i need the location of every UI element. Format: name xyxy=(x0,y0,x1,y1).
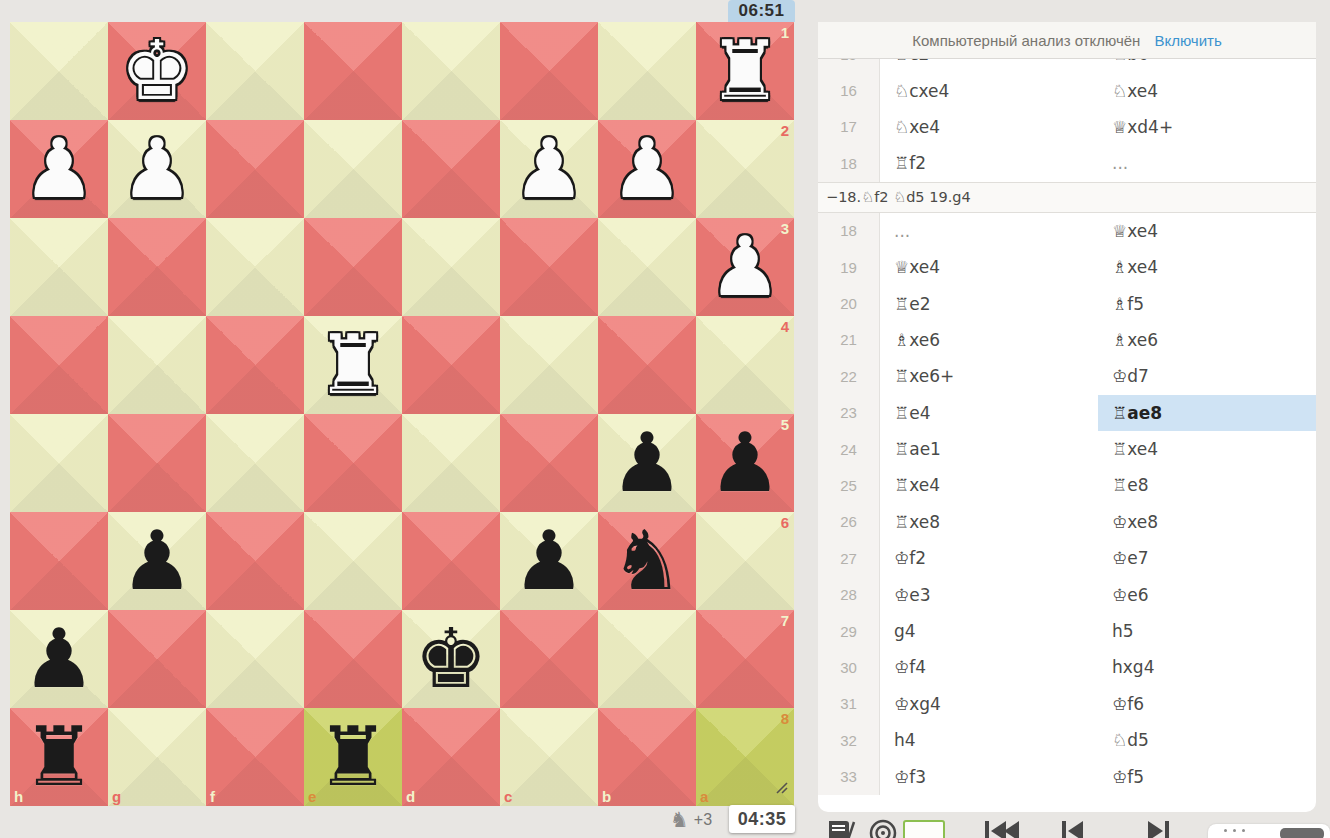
square-h2[interactable]: ♟ xyxy=(10,120,108,218)
move-number: 18 xyxy=(818,145,880,181)
move-white-18[interactable]: ♖f2 xyxy=(880,145,1098,181)
square-h8[interactable]: h♜ xyxy=(10,708,108,806)
move-row-29: 29g4h5 xyxy=(818,613,1316,649)
square-b7[interactable] xyxy=(598,610,696,708)
piece-black-pawn-a5[interactable]: ♟ xyxy=(696,414,794,512)
square-h3[interactable] xyxy=(10,218,108,316)
rank-label-5: 5 xyxy=(781,416,789,433)
piece-black-rook-e8[interactable]: ♜ xyxy=(304,708,402,806)
move-row-19: 19♕xe4♗xe4 xyxy=(818,249,1316,285)
move-white-23[interactable]: ♖e4 xyxy=(880,395,1098,431)
square-d4[interactable] xyxy=(402,316,500,414)
move-number: 25 xyxy=(818,467,880,503)
move-row-16: 16♘cxe4♘xe4 xyxy=(818,72,1316,108)
move-number: 21 xyxy=(818,322,880,358)
move-black-29[interactable]: h5 xyxy=(1098,613,1316,649)
analysis-status-text: Компьютерный анализ отключён xyxy=(912,32,1140,49)
piece-white-pawn-h2[interactable]: ♟ xyxy=(10,120,108,218)
square-h1[interactable] xyxy=(10,22,108,120)
move-white-18[interactable]: ... xyxy=(880,213,1098,249)
move-black-16[interactable]: ♘xe4 xyxy=(1098,72,1316,108)
material-advantage: ♞ +3 xyxy=(670,807,712,833)
piece-black-king-d7[interactable]: ♚ xyxy=(402,610,500,708)
move-number: 18 xyxy=(818,213,880,249)
move-list-panel: Компьютерный анализ отключён Включить 15… xyxy=(818,22,1316,812)
move-number: 32 xyxy=(818,722,880,758)
move-black-32[interactable]: ♘d5 xyxy=(1098,722,1316,758)
move-black-25[interactable]: ♖e8 xyxy=(1098,467,1316,503)
move-number: 20 xyxy=(818,285,880,321)
square-b2[interactable]: ♟ xyxy=(598,120,696,218)
move-number: 30 xyxy=(818,649,880,685)
material-advantage-value: +3 xyxy=(694,811,712,829)
board-preview-icon[interactable] xyxy=(903,820,945,838)
piece-white-pawn-b2[interactable]: ♟ xyxy=(598,120,696,218)
move-black-18[interactable]: ♕xe4 xyxy=(1098,213,1316,249)
move-white-15[interactable]: ♕c2 xyxy=(880,59,1098,72)
file-label-e: e xyxy=(308,788,316,805)
move-white-25[interactable]: ♖xe4 xyxy=(880,467,1098,503)
move-row-25: 25♖xe4♖e8 xyxy=(818,467,1316,503)
piece-white-rook-a1[interactable]: ♜ xyxy=(696,22,794,120)
move-list-section-1: 15♕c2♘b616♘cxe4♘xe417♘xe4♕xd4+18♖f2... xyxy=(818,59,1316,182)
square-f4[interactable] xyxy=(206,316,304,414)
square-h7[interactable]: ♟ xyxy=(10,610,108,708)
move-number: 33 xyxy=(818,758,880,794)
square-f2[interactable] xyxy=(206,120,304,218)
move-number: 22 xyxy=(818,358,880,394)
move-black-22[interactable]: ♔d7 xyxy=(1098,358,1316,394)
move-row-26: 26♖xe8♔xe8 xyxy=(818,504,1316,540)
square-c3[interactable] xyxy=(500,218,598,316)
square-c5[interactable] xyxy=(500,414,598,512)
move-row-18: 18♖f2... xyxy=(818,145,1316,181)
square-f5[interactable] xyxy=(206,414,304,512)
square-d3[interactable] xyxy=(402,218,500,316)
file-label-b: b xyxy=(602,788,611,805)
square-d2[interactable] xyxy=(402,120,500,218)
move-black-19[interactable]: ♗xe4 xyxy=(1098,249,1316,285)
move-white-30[interactable]: ♔f4 xyxy=(880,649,1098,685)
square-e8[interactable]: e♜ xyxy=(304,708,402,806)
move-row-31: 31♔xg4♔f6 xyxy=(818,686,1316,722)
chess-board[interactable]: ♚1♜♟♟♟♟23♟♜4♟5♟♟♟♞6♟♚7h♜gfe♜dcba8 xyxy=(10,22,794,806)
square-a4[interactable]: 4 xyxy=(696,316,794,414)
rank-label-2: 2 xyxy=(781,122,789,139)
move-row-21: 21♗xe6♗xe6 xyxy=(818,322,1316,358)
square-g1[interactable]: ♚ xyxy=(108,22,206,120)
enable-analysis-link[interactable]: Включить xyxy=(1154,32,1221,49)
square-c4[interactable] xyxy=(500,316,598,414)
square-h5[interactable] xyxy=(10,414,108,512)
square-f6[interactable] xyxy=(206,512,304,610)
square-c2[interactable]: ♟ xyxy=(500,120,598,218)
file-label-c: c xyxy=(504,788,512,805)
square-b3[interactable] xyxy=(598,218,696,316)
move-black-27[interactable]: ♔e7 xyxy=(1098,540,1316,576)
square-g3[interactable] xyxy=(108,218,206,316)
move-row-23: 23♖e4♖ae8 xyxy=(818,395,1316,431)
move-row-32: 32h4♘d5 xyxy=(818,722,1316,758)
square-e6[interactable] xyxy=(304,512,402,610)
move-black-33[interactable]: ♔f5 xyxy=(1098,758,1316,794)
move-white-26[interactable]: ♖xe8 xyxy=(880,504,1098,540)
square-h6[interactable] xyxy=(10,512,108,610)
move-black-30[interactable]: hxg4 xyxy=(1098,649,1316,685)
move-white-21[interactable]: ♗xe6 xyxy=(880,322,1098,358)
square-a1[interactable]: 1♜ xyxy=(696,22,794,120)
move-black-18[interactable]: ... xyxy=(1098,145,1316,181)
square-g4[interactable] xyxy=(108,316,206,414)
notebook-icon[interactable] xyxy=(826,818,856,838)
file-label-a: a xyxy=(700,788,708,805)
target-icon[interactable] xyxy=(868,818,898,838)
file-label-f: f xyxy=(210,788,215,805)
rank-label-6: 6 xyxy=(781,514,789,531)
move-black-23[interactable]: ♖ae8 xyxy=(1098,395,1316,431)
piece-black-pawn-c6[interactable]: ♟ xyxy=(500,512,598,610)
square-c1[interactable] xyxy=(500,22,598,120)
file-label-g: g xyxy=(112,788,121,805)
move-row-24: 24♖ae1♖xe4 xyxy=(818,431,1316,467)
move-black-28[interactable]: ♔e6 xyxy=(1098,576,1316,612)
move-white-27[interactable]: ♔f2 xyxy=(880,540,1098,576)
move-list-section-2: 18...♕xe419♕xe4♗xe420♖e2♗f521♗xe6♗xe622♖… xyxy=(818,213,1316,795)
square-d1[interactable] xyxy=(402,22,500,120)
square-g7[interactable] xyxy=(108,610,206,708)
square-f3[interactable] xyxy=(206,218,304,316)
square-a8[interactable]: a8 xyxy=(696,708,794,806)
piece-black-rook-h8[interactable]: ♜ xyxy=(10,708,108,806)
computer-analysis-bar: Компьютерный анализ отключён Включить xyxy=(818,22,1316,59)
move-number: 31 xyxy=(818,686,880,722)
square-e3[interactable] xyxy=(304,218,402,316)
rank-label-3: 3 xyxy=(781,220,789,237)
square-d5[interactable] xyxy=(402,414,500,512)
square-f7[interactable] xyxy=(206,610,304,708)
rank-label-7: 7 xyxy=(781,612,789,629)
first-move-icon[interactable] xyxy=(985,821,1019,838)
square-b6[interactable]: ♞ xyxy=(598,512,696,610)
piece-white-pawn-c2[interactable]: ♟ xyxy=(500,120,598,218)
move-number: 26 xyxy=(818,504,880,540)
move-row-20: 20♖e2♗f5 xyxy=(818,285,1316,321)
black-player-clock: 04:35 xyxy=(729,805,795,833)
previous-move-icon[interactable] xyxy=(1062,821,1083,838)
square-g6[interactable]: ♟ xyxy=(108,512,206,610)
lichess-game-screen: { "game": "chess", "position": { "fen": … xyxy=(0,0,1330,838)
square-b4[interactable] xyxy=(598,316,696,414)
move-row-28: 28♔e3♔e6 xyxy=(818,576,1316,612)
square-c6[interactable]: ♟ xyxy=(500,512,598,610)
move-white-20[interactable]: ♖e2 xyxy=(880,285,1098,321)
piece-black-pawn-b5[interactable]: ♟ xyxy=(598,414,696,512)
move-black-21[interactable]: ♗xe6 xyxy=(1098,322,1316,358)
move-black-24[interactable]: ♖xe4 xyxy=(1098,431,1316,467)
move-black-15[interactable]: ♘b6 xyxy=(1098,59,1316,72)
move-number: 19 xyxy=(818,249,880,285)
move-row-22: 22♖xe6+♔d7 xyxy=(818,358,1316,394)
piece-white-rook-e4[interactable]: ♜ xyxy=(304,316,402,414)
square-a5[interactable]: 5♟ xyxy=(696,414,794,512)
move-number: 17 xyxy=(818,109,880,145)
move-number: 29 xyxy=(818,613,880,649)
piece-white-pawn-g2[interactable]: ♟ xyxy=(108,120,206,218)
square-e1[interactable] xyxy=(304,22,402,120)
square-d7[interactable]: ♚ xyxy=(402,610,500,708)
square-g2[interactable]: ♟ xyxy=(108,120,206,218)
square-a6[interactable]: 6 xyxy=(696,512,794,610)
move-number: 24 xyxy=(818,431,880,467)
move-number: 16 xyxy=(818,72,880,108)
move-number: 28 xyxy=(818,576,880,612)
square-e7[interactable] xyxy=(304,610,402,708)
rank-label-8: 8 xyxy=(781,710,789,727)
square-e5[interactable] xyxy=(304,414,402,512)
move-white-17[interactable]: ♘xe4 xyxy=(880,109,1098,145)
rank-label-4: 4 xyxy=(781,318,789,335)
square-b5[interactable]: ♟ xyxy=(598,414,696,512)
knight-icon: ♞ xyxy=(670,810,689,831)
square-b1[interactable] xyxy=(598,22,696,120)
move-white-28[interactable]: ♔e3 xyxy=(880,576,1098,612)
piece-black-pawn-h7[interactable]: ♟ xyxy=(10,610,108,708)
move-black-31[interactable]: ♔f6 xyxy=(1098,686,1316,722)
move-row-33: 33♔f3♔f5 xyxy=(818,758,1316,794)
square-a7[interactable]: 7 xyxy=(696,610,794,708)
move-white-22[interactable]: ♖xe6+ xyxy=(880,358,1098,394)
move-white-29[interactable]: g4 xyxy=(880,613,1098,649)
white-player-clock: 06:51 xyxy=(728,0,795,22)
square-e4[interactable]: ♜ xyxy=(304,316,402,414)
move-row-27: 27♔f2♔e7 xyxy=(818,540,1316,576)
file-label-h: h xyxy=(14,788,23,805)
move-white-31[interactable]: ♔xg4 xyxy=(880,686,1098,722)
move-white-19[interactable]: ♕xe4 xyxy=(880,249,1098,285)
menu-dots-icon[interactable] xyxy=(1208,824,1330,838)
square-d8[interactable]: d xyxy=(402,708,500,806)
variation-line[interactable]: −18.♘f2 ♘d5 19.g4 xyxy=(818,182,1316,213)
piece-white-pawn-a3[interactable]: ♟ xyxy=(696,218,794,316)
square-c7[interactable] xyxy=(500,610,598,708)
square-b8[interactable]: b xyxy=(598,708,696,806)
move-number: 15 xyxy=(818,59,880,72)
square-e2[interactable] xyxy=(304,120,402,218)
piece-white-king-g1[interactable]: ♚ xyxy=(108,22,206,120)
piece-black-knight-b6[interactable]: ♞ xyxy=(598,512,696,610)
move-black-20[interactable]: ♗f5 xyxy=(1098,285,1316,321)
move-row-17: 17♘xe4♕xd4+ xyxy=(818,109,1316,145)
square-g5[interactable] xyxy=(108,414,206,512)
file-label-d: d xyxy=(406,788,415,805)
move-number: 23 xyxy=(818,395,880,431)
move-white-16[interactable]: ♘cxe4 xyxy=(880,72,1098,108)
move-black-26[interactable]: ♔xe8 xyxy=(1098,504,1316,540)
move-white-33[interactable]: ♔f3 xyxy=(880,758,1098,794)
board-resize-handle[interactable] xyxy=(774,780,790,800)
square-f1[interactable] xyxy=(206,22,304,120)
square-g8[interactable]: g xyxy=(108,708,206,806)
rank-label-1: 1 xyxy=(781,24,789,41)
move-white-32[interactable]: h4 xyxy=(880,722,1098,758)
next-move-icon[interactable] xyxy=(1148,821,1169,838)
square-a2[interactable]: 2 xyxy=(696,120,794,218)
move-white-24[interactable]: ♖ae1 xyxy=(880,431,1098,467)
move-row-15: 15♕c2♘b6 xyxy=(818,59,1316,72)
piece-black-pawn-g6[interactable]: ♟ xyxy=(108,512,206,610)
square-d6[interactable] xyxy=(402,512,500,610)
move-row-18: 18...♕xe4 xyxy=(818,213,1316,249)
square-c8[interactable]: c xyxy=(500,708,598,806)
move-black-17[interactable]: ♕xd4+ xyxy=(1098,109,1316,145)
square-f8[interactable]: f xyxy=(206,708,304,806)
move-row-30: 30♔f4hxg4 xyxy=(818,649,1316,685)
square-h4[interactable] xyxy=(10,316,108,414)
square-a3[interactable]: 3♟ xyxy=(696,218,794,316)
move-number: 27 xyxy=(818,540,880,576)
